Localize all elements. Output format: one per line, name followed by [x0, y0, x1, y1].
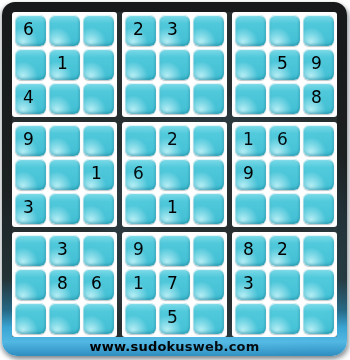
cell-r8c2[interactable]: 8 — [49, 269, 80, 300]
cell-digit: 5 — [277, 55, 288, 72]
cell-r8c4[interactable]: 1 — [125, 269, 156, 300]
cell-r1c1[interactable]: 6 — [15, 15, 46, 46]
cell-r2c6[interactable] — [193, 49, 224, 80]
cell-r5c2[interactable] — [49, 159, 80, 190]
cell-r2c3[interactable] — [83, 49, 114, 80]
footer-bar: www.sudokusweb.com — [2, 337, 347, 356]
cell-r4c7[interactable]: 1 — [235, 125, 266, 156]
cell-r5c7[interactable]: 9 — [235, 159, 266, 190]
cell-r5c9[interactable] — [303, 159, 334, 190]
cell-r9c1[interactable] — [15, 303, 46, 334]
cell-r4c9[interactable] — [303, 125, 334, 156]
cell-r9c5[interactable]: 5 — [159, 303, 190, 334]
box-r1c1: 614 — [12, 12, 117, 117]
cell-r3c8[interactable] — [269, 83, 300, 114]
cell-digit: 1 — [133, 275, 144, 292]
cell-r9c7[interactable] — [235, 303, 266, 334]
cell-digit: 3 — [167, 21, 178, 38]
cell-r8c1[interactable] — [15, 269, 46, 300]
cell-digit: 6 — [23, 21, 34, 38]
cell-r7c7[interactable]: 8 — [235, 235, 266, 266]
cell-r2c4[interactable] — [125, 49, 156, 80]
cell-r5c1[interactable] — [15, 159, 46, 190]
cell-r5c5[interactable] — [159, 159, 190, 190]
cell-r3c6[interactable] — [193, 83, 224, 114]
cell-r5c4[interactable]: 6 — [125, 159, 156, 190]
cell-r6c4[interactable] — [125, 193, 156, 224]
cell-r3c1[interactable]: 4 — [15, 83, 46, 114]
cell-digit: 7 — [167, 275, 178, 292]
cell-digit: 2 — [133, 21, 144, 38]
cell-r6c5[interactable]: 1 — [159, 193, 190, 224]
cell-r6c2[interactable] — [49, 193, 80, 224]
cell-r9c6[interactable] — [193, 303, 224, 334]
cell-digit: 8 — [311, 89, 322, 106]
cell-r3c2[interactable] — [49, 83, 80, 114]
cell-r3c9[interactable]: 8 — [303, 83, 334, 114]
cell-r8c7[interactable]: 3 — [235, 269, 266, 300]
cell-r8c3[interactable]: 6 — [83, 269, 114, 300]
cell-r2c2[interactable]: 1 — [49, 49, 80, 80]
cell-r9c9[interactable] — [303, 303, 334, 334]
cell-digit: 9 — [243, 165, 254, 182]
cell-r4c1[interactable]: 9 — [15, 125, 46, 156]
cell-digit: 9 — [133, 241, 144, 258]
cell-r4c4[interactable] — [125, 125, 156, 156]
cell-r5c6[interactable] — [193, 159, 224, 190]
box-r3c1: 386 — [12, 232, 117, 337]
cell-r9c3[interactable] — [83, 303, 114, 334]
cell-r7c2[interactable]: 3 — [49, 235, 80, 266]
box-r2c1: 913 — [12, 122, 117, 227]
cell-digit: 5 — [167, 309, 178, 326]
cell-digit: 8 — [243, 241, 254, 258]
cell-digit: 3 — [57, 241, 68, 258]
cell-digit: 2 — [277, 241, 288, 258]
cell-r2c8[interactable]: 5 — [269, 49, 300, 80]
cell-r6c7[interactable] — [235, 193, 266, 224]
cell-r4c6[interactable] — [193, 125, 224, 156]
cell-r3c4[interactable] — [125, 83, 156, 114]
sudoku-board: 614235989132611693869175823 — [12, 12, 337, 337]
cell-r7c5[interactable] — [159, 235, 190, 266]
cell-r7c1[interactable] — [15, 235, 46, 266]
cell-r1c4[interactable]: 2 — [125, 15, 156, 46]
cell-r9c2[interactable] — [49, 303, 80, 334]
cell-r6c1[interactable]: 3 — [15, 193, 46, 224]
cell-digit: 6 — [91, 275, 102, 292]
cell-r2c7[interactable] — [235, 49, 266, 80]
cell-digit: 8 — [57, 275, 68, 292]
cell-r1c7[interactable] — [235, 15, 266, 46]
cell-r7c6[interactable] — [193, 235, 224, 266]
cell-r6c3[interactable] — [83, 193, 114, 224]
cell-r6c6[interactable] — [193, 193, 224, 224]
cell-r5c8[interactable] — [269, 159, 300, 190]
sudoku-plaque: 614235989132611693869175823 www.sudokusw… — [2, 2, 347, 356]
cell-r7c4[interactable]: 9 — [125, 235, 156, 266]
cell-r3c7[interactable] — [235, 83, 266, 114]
cell-r4c8[interactable]: 6 — [269, 125, 300, 156]
cell-r7c9[interactable] — [303, 235, 334, 266]
cell-r2c9[interactable]: 9 — [303, 49, 334, 80]
box-r3c2: 9175 — [122, 232, 227, 337]
box-r2c2: 261 — [122, 122, 227, 227]
cell-r1c3[interactable] — [83, 15, 114, 46]
cell-r2c1[interactable] — [15, 49, 46, 80]
cell-digit: 9 — [23, 131, 34, 148]
cell-r1c5[interactable]: 3 — [159, 15, 190, 46]
site-url-link[interactable]: www.sudokusweb.com — [90, 339, 260, 354]
cell-r4c5[interactable]: 2 — [159, 125, 190, 156]
cell-digit: 9 — [311, 55, 322, 72]
cell-digit: 1 — [243, 131, 254, 148]
cell-r9c4[interactable] — [125, 303, 156, 334]
cell-digit: 4 — [23, 89, 34, 106]
cell-r5c3[interactable]: 1 — [83, 159, 114, 190]
cell-r8c5[interactable]: 7 — [159, 269, 190, 300]
cell-digit: 6 — [133, 165, 144, 182]
cell-digit: 1 — [91, 165, 102, 182]
cell-r1c8[interactable] — [269, 15, 300, 46]
cell-digit: 6 — [277, 131, 288, 148]
cell-r3c3[interactable] — [83, 83, 114, 114]
cell-r9c8[interactable] — [269, 303, 300, 334]
cell-r1c9[interactable] — [303, 15, 334, 46]
box-r1c3: 598 — [232, 12, 337, 117]
cell-r6c9[interactable] — [303, 193, 334, 224]
cell-r1c2[interactable] — [49, 15, 80, 46]
cell-r6c8[interactable] — [269, 193, 300, 224]
box-r1c2: 23 — [122, 12, 227, 117]
cell-digit: 1 — [57, 55, 68, 72]
cell-r4c2[interactable] — [49, 125, 80, 156]
box-r2c3: 169 — [232, 122, 337, 227]
cell-r1c6[interactable] — [193, 15, 224, 46]
cell-digit: 3 — [23, 199, 34, 216]
cell-digit: 3 — [243, 275, 254, 292]
cell-digit: 1 — [167, 199, 178, 216]
cell-r8c8[interactable] — [269, 269, 300, 300]
cell-r7c8[interactable]: 2 — [269, 235, 300, 266]
cell-digit: 2 — [167, 131, 178, 148]
cell-r2c5[interactable] — [159, 49, 190, 80]
cell-r4c3[interactable] — [83, 125, 114, 156]
cell-r3c5[interactable] — [159, 83, 190, 114]
cell-r7c3[interactable] — [83, 235, 114, 266]
cell-r8c9[interactable] — [303, 269, 334, 300]
box-r3c3: 823 — [232, 232, 337, 337]
cell-r8c6[interactable] — [193, 269, 224, 300]
